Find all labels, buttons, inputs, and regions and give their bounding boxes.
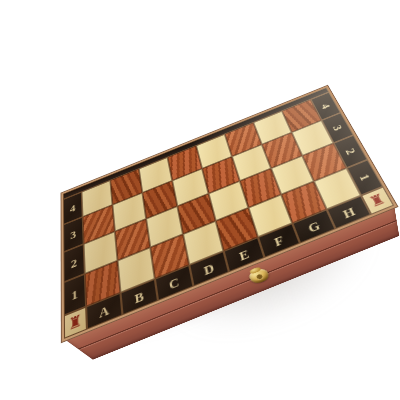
rook-icon: ♜ — [367, 191, 388, 210]
coordinate-label: 2 — [343, 146, 358, 156]
coordinate-label: A — [99, 302, 110, 319]
rook-icon: ♜ — [68, 312, 82, 333]
coordinate-label: F — [272, 233, 284, 248]
coordinate-label: 1 — [357, 172, 373, 182]
photo-background: 44332211♜ABCDEFGH♜ — [0, 0, 400, 400]
coordinate-label: G — [306, 218, 321, 234]
chess-box: 44332211♜ABCDEFGH♜ — [63, 87, 394, 338]
coordinate-label: 3 — [330, 123, 344, 132]
coordinate-label: E — [238, 246, 251, 262]
coordinate-label: 4 — [70, 202, 76, 214]
coordinate-label: 4 — [319, 102, 332, 110]
coordinate-label: D — [203, 260, 216, 277]
coordinate-label: B — [134, 288, 144, 305]
coordinate-label: 2 — [71, 256, 77, 270]
coordinate-label: C — [168, 274, 180, 291]
coordinate-label: 3 — [70, 228, 76, 241]
scene: 44332211♜ABCDEFGH♜ — [0, 0, 400, 400]
coordinate-label: H — [341, 204, 357, 220]
coordinate-label: 1 — [71, 287, 78, 302]
clasp — [247, 267, 271, 285]
